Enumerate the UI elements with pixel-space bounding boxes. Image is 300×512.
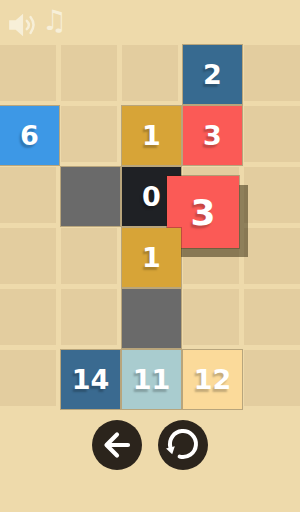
tile-3[interactable]: 3 [183, 106, 242, 165]
board-cell [244, 167, 300, 223]
board-cell [0, 228, 56, 284]
board-cell [0, 45, 56, 101]
tile-1[interactable]: 1 [122, 106, 181, 165]
arrow-left-icon [92, 420, 142, 470]
board-cell [244, 45, 300, 101]
game-screen: ♫ 261301141112 3 [0, 0, 300, 512]
board-cell [244, 350, 300, 406]
board-cell [61, 106, 117, 162]
board-cell [122, 45, 178, 101]
back-button[interactable] [92, 420, 142, 470]
top-bar: ♫ [0, 0, 300, 45]
board-cell [244, 228, 300, 284]
tile-11[interactable]: 11 [122, 350, 181, 409]
tile-2[interactable]: 2 [183, 45, 242, 104]
board-cell [0, 167, 56, 223]
board: 261301141112 [0, 45, 300, 411]
sound-icon[interactable] [8, 12, 40, 38]
music-icon[interactable]: ♫ [42, 7, 67, 35]
tile-1[interactable]: 1 [122, 228, 181, 287]
restart-icon [158, 420, 208, 470]
tile-blocker[interactable] [122, 289, 181, 348]
board-cell [0, 350, 56, 406]
board-cell [244, 106, 300, 162]
tile-12[interactable]: 12 [183, 350, 242, 409]
board-cell [61, 228, 117, 284]
board-cell [244, 289, 300, 345]
tile-14[interactable]: 14 [61, 350, 120, 409]
tile-6[interactable]: 6 [0, 106, 59, 165]
board-cell [183, 289, 239, 345]
board-cell [0, 289, 56, 345]
board-cell [61, 45, 117, 101]
tile-blocker[interactable] [61, 167, 120, 226]
board-cell [61, 289, 117, 345]
restart-button[interactable] [158, 420, 208, 470]
